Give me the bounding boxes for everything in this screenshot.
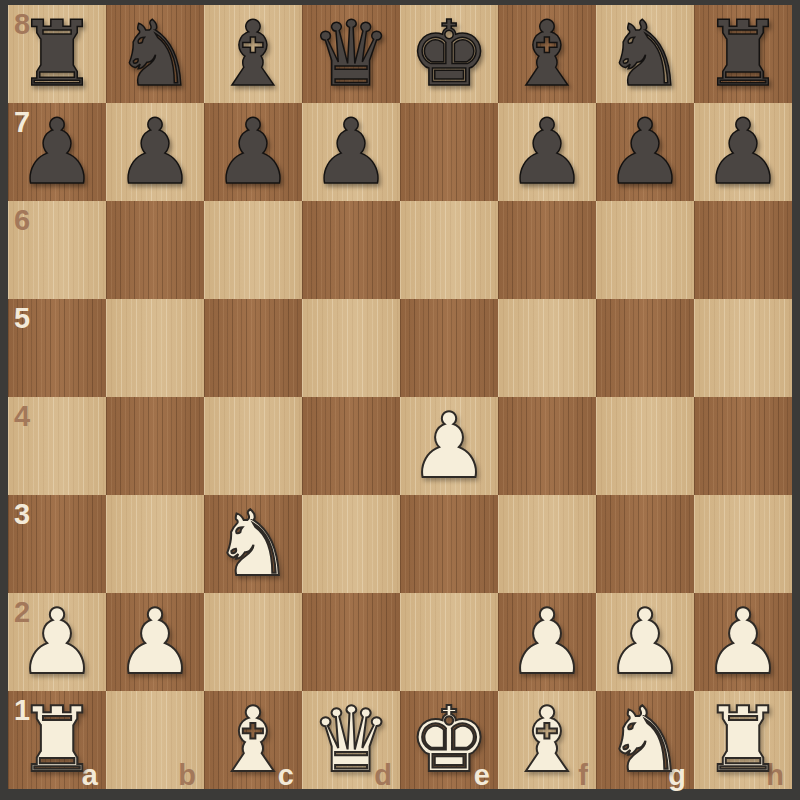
black-bishop[interactable]: ♝ bbox=[204, 5, 302, 103]
square-e3[interactable] bbox=[400, 495, 498, 593]
square-d7[interactable]: ♟ bbox=[302, 103, 400, 201]
square-g7[interactable]: ♟ bbox=[596, 103, 694, 201]
square-h8[interactable]: ♜ bbox=[694, 5, 792, 103]
rank-label-4: 4 bbox=[14, 402, 30, 431]
black-pawn[interactable]: ♟ bbox=[302, 103, 400, 201]
white-bishop[interactable]: ♝ bbox=[204, 691, 302, 789]
square-f4[interactable] bbox=[498, 397, 596, 495]
square-e5[interactable] bbox=[400, 299, 498, 397]
black-pawn[interactable]: ♟ bbox=[204, 103, 302, 201]
square-a1[interactable]: 1a♜ bbox=[8, 691, 106, 789]
square-a7[interactable]: 7♟ bbox=[8, 103, 106, 201]
square-g3[interactable] bbox=[596, 495, 694, 593]
square-h5[interactable] bbox=[694, 299, 792, 397]
square-h3[interactable] bbox=[694, 495, 792, 593]
black-king[interactable]: ♚ bbox=[400, 5, 498, 103]
white-rook[interactable]: ♜ bbox=[8, 691, 106, 789]
square-e1[interactable]: e♚ bbox=[400, 691, 498, 789]
square-f7[interactable]: ♟ bbox=[498, 103, 596, 201]
white-pawn[interactable]: ♟ bbox=[8, 593, 106, 691]
square-d8[interactable]: ♛ bbox=[302, 5, 400, 103]
square-f5[interactable] bbox=[498, 299, 596, 397]
rank-label-6: 6 bbox=[14, 206, 30, 235]
square-b5[interactable] bbox=[106, 299, 204, 397]
chess-board-frame: 8♜♞♝♛♚♝♞♜7♟♟♟♟♟♟♟654♟3♞2♟♟♟♟♟1a♜bc♝d♛e♚f… bbox=[0, 0, 800, 800]
square-h2[interactable]: ♟ bbox=[694, 593, 792, 691]
square-b8[interactable]: ♞ bbox=[106, 5, 204, 103]
square-g1[interactable]: g♞ bbox=[596, 691, 694, 789]
square-b7[interactable]: ♟ bbox=[106, 103, 204, 201]
square-h1[interactable]: h♜ bbox=[694, 691, 792, 789]
black-pawn[interactable]: ♟ bbox=[106, 103, 204, 201]
white-queen[interactable]: ♛ bbox=[302, 691, 400, 789]
square-d2[interactable] bbox=[302, 593, 400, 691]
black-pawn[interactable]: ♟ bbox=[596, 103, 694, 201]
square-f3[interactable] bbox=[498, 495, 596, 593]
square-e6[interactable] bbox=[400, 201, 498, 299]
square-c1[interactable]: c♝ bbox=[204, 691, 302, 789]
square-g4[interactable] bbox=[596, 397, 694, 495]
black-queen[interactable]: ♛ bbox=[302, 5, 400, 103]
square-h7[interactable]: ♟ bbox=[694, 103, 792, 201]
square-c5[interactable] bbox=[204, 299, 302, 397]
square-f2[interactable]: ♟ bbox=[498, 593, 596, 691]
rank-label-3: 3 bbox=[14, 500, 30, 529]
chess-board: 8♜♞♝♛♚♝♞♜7♟♟♟♟♟♟♟654♟3♞2♟♟♟♟♟1a♜bc♝d♛e♚f… bbox=[8, 5, 792, 789]
square-f8[interactable]: ♝ bbox=[498, 5, 596, 103]
black-pawn[interactable]: ♟ bbox=[8, 103, 106, 201]
square-b6[interactable] bbox=[106, 201, 204, 299]
square-b4[interactable] bbox=[106, 397, 204, 495]
black-bishop[interactable]: ♝ bbox=[498, 5, 596, 103]
square-f1[interactable]: f♝ bbox=[498, 691, 596, 789]
square-e2[interactable] bbox=[400, 593, 498, 691]
square-c6[interactable] bbox=[204, 201, 302, 299]
white-pawn[interactable]: ♟ bbox=[498, 593, 596, 691]
white-bishop[interactable]: ♝ bbox=[498, 691, 596, 789]
rank-label-5: 5 bbox=[14, 304, 30, 333]
square-f6[interactable] bbox=[498, 201, 596, 299]
white-knight[interactable]: ♞ bbox=[596, 691, 694, 789]
file-label-b: b bbox=[178, 761, 196, 790]
square-a8[interactable]: 8♜ bbox=[8, 5, 106, 103]
square-a2[interactable]: 2♟ bbox=[8, 593, 106, 691]
square-a5[interactable]: 5 bbox=[8, 299, 106, 397]
square-c2[interactable] bbox=[204, 593, 302, 691]
square-e4[interactable]: ♟ bbox=[400, 397, 498, 495]
square-e8[interactable]: ♚ bbox=[400, 5, 498, 103]
square-g5[interactable] bbox=[596, 299, 694, 397]
square-d6[interactable] bbox=[302, 201, 400, 299]
square-d1[interactable]: d♛ bbox=[302, 691, 400, 789]
square-c7[interactable]: ♟ bbox=[204, 103, 302, 201]
square-h4[interactable] bbox=[694, 397, 792, 495]
square-g6[interactable] bbox=[596, 201, 694, 299]
black-knight[interactable]: ♞ bbox=[596, 5, 694, 103]
square-b2[interactable]: ♟ bbox=[106, 593, 204, 691]
square-d3[interactable] bbox=[302, 495, 400, 593]
square-b1[interactable]: b bbox=[106, 691, 204, 789]
white-pawn[interactable]: ♟ bbox=[596, 593, 694, 691]
square-c3[interactable]: ♞ bbox=[204, 495, 302, 593]
square-a6[interactable]: 6 bbox=[8, 201, 106, 299]
black-rook[interactable]: ♜ bbox=[694, 5, 792, 103]
black-pawn[interactable]: ♟ bbox=[694, 103, 792, 201]
square-g8[interactable]: ♞ bbox=[596, 5, 694, 103]
square-e7[interactable] bbox=[400, 103, 498, 201]
square-h6[interactable] bbox=[694, 201, 792, 299]
square-a4[interactable]: 4 bbox=[8, 397, 106, 495]
black-rook[interactable]: ♜ bbox=[8, 5, 106, 103]
white-knight[interactable]: ♞ bbox=[204, 495, 302, 593]
square-c8[interactable]: ♝ bbox=[204, 5, 302, 103]
square-b3[interactable] bbox=[106, 495, 204, 593]
square-d5[interactable] bbox=[302, 299, 400, 397]
square-g2[interactable]: ♟ bbox=[596, 593, 694, 691]
black-knight[interactable]: ♞ bbox=[106, 5, 204, 103]
square-c4[interactable] bbox=[204, 397, 302, 495]
square-d4[interactable] bbox=[302, 397, 400, 495]
square-a3[interactable]: 3 bbox=[8, 495, 106, 593]
white-rook[interactable]: ♜ bbox=[694, 691, 792, 789]
white-pawn[interactable]: ♟ bbox=[106, 593, 204, 691]
white-pawn[interactable]: ♟ bbox=[400, 397, 498, 495]
white-pawn[interactable]: ♟ bbox=[694, 593, 792, 691]
white-king[interactable]: ♚ bbox=[400, 691, 498, 789]
black-pawn[interactable]: ♟ bbox=[498, 103, 596, 201]
